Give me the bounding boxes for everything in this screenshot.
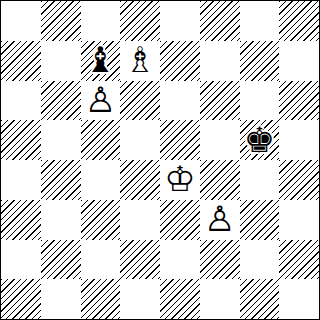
square-g7[interactable] — [240, 41, 280, 81]
square-d7[interactable]: ♗ — [120, 41, 160, 81]
square-a1[interactable] — [1, 279, 41, 319]
square-h7[interactable] — [279, 41, 319, 81]
square-a7[interactable] — [1, 41, 41, 81]
square-d2[interactable] — [120, 240, 160, 280]
square-h2[interactable] — [279, 240, 319, 280]
square-a2[interactable] — [1, 240, 41, 280]
square-b7[interactable] — [41, 41, 81, 81]
square-e7[interactable] — [160, 41, 200, 81]
square-f2[interactable] — [200, 240, 240, 280]
square-c3[interactable] — [81, 200, 121, 240]
square-h6[interactable] — [279, 81, 319, 121]
black-king[interactable]: ♚ — [244, 123, 275, 158]
square-b3[interactable] — [41, 200, 81, 240]
square-e6[interactable] — [160, 81, 200, 121]
square-h5[interactable] — [279, 120, 319, 160]
square-a3[interactable] — [1, 200, 41, 240]
square-c5[interactable] — [81, 120, 121, 160]
square-g4[interactable] — [240, 160, 280, 200]
square-h4[interactable] — [279, 160, 319, 200]
square-h8[interactable] — [279, 1, 319, 41]
square-b5[interactable] — [41, 120, 81, 160]
square-e4[interactable]: ♔ — [160, 160, 200, 200]
square-d1[interactable] — [120, 279, 160, 319]
square-g8[interactable] — [240, 1, 280, 41]
square-h1[interactable] — [279, 279, 319, 319]
square-e1[interactable] — [160, 279, 200, 319]
square-c1[interactable] — [81, 279, 121, 319]
square-a6[interactable] — [1, 81, 41, 121]
square-c6[interactable]: ♙ — [81, 81, 121, 121]
white-king[interactable]: ♔ — [164, 162, 195, 197]
square-e3[interactable] — [160, 200, 200, 240]
square-f5[interactable] — [200, 120, 240, 160]
square-e2[interactable] — [160, 240, 200, 280]
square-c4[interactable] — [81, 160, 121, 200]
square-g3[interactable] — [240, 200, 280, 240]
square-f8[interactable] — [200, 1, 240, 41]
white-bishop[interactable]: ♗ — [124, 43, 155, 78]
chess-diagram: ♝♗♙♚♔♙ — [0, 0, 320, 320]
square-g6[interactable] — [240, 81, 280, 121]
square-d3[interactable] — [120, 200, 160, 240]
square-c8[interactable] — [81, 1, 121, 41]
square-b4[interactable] — [41, 160, 81, 200]
square-f6[interactable] — [200, 81, 240, 121]
square-d6[interactable] — [120, 81, 160, 121]
square-h3[interactable] — [279, 200, 319, 240]
square-g1[interactable] — [240, 279, 280, 319]
square-f3[interactable]: ♙ — [200, 200, 240, 240]
square-b1[interactable] — [41, 279, 81, 319]
square-a8[interactable] — [1, 1, 41, 41]
square-e8[interactable] — [160, 1, 200, 41]
square-f4[interactable] — [200, 160, 240, 200]
white-pawn[interactable]: ♙ — [85, 83, 116, 118]
square-g2[interactable] — [240, 240, 280, 280]
white-pawn[interactable]: ♙ — [204, 202, 235, 237]
square-e5[interactable] — [160, 120, 200, 160]
square-d4[interactable] — [120, 160, 160, 200]
square-a5[interactable] — [1, 120, 41, 160]
square-c2[interactable] — [81, 240, 121, 280]
square-f1[interactable] — [200, 279, 240, 319]
black-bishop[interactable]: ♝ — [85, 43, 116, 78]
square-b2[interactable] — [41, 240, 81, 280]
square-f7[interactable] — [200, 41, 240, 81]
square-c7[interactable]: ♝ — [81, 41, 121, 81]
square-d5[interactable] — [120, 120, 160, 160]
square-b8[interactable] — [41, 1, 81, 41]
square-g5[interactable]: ♚ — [240, 120, 280, 160]
square-a4[interactable] — [1, 160, 41, 200]
chess-board: ♝♗♙♚♔♙ — [0, 0, 320, 320]
square-b6[interactable] — [41, 81, 81, 121]
square-d8[interactable] — [120, 1, 160, 41]
